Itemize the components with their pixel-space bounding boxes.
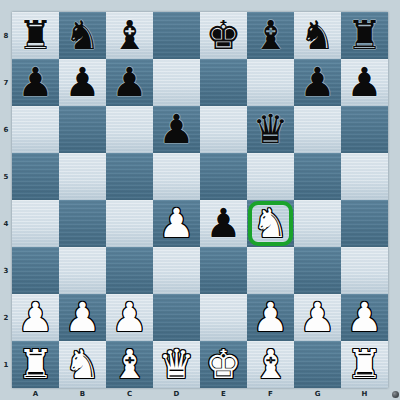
piece-black-queen[interactable]: ♛	[253, 109, 289, 149]
square-c2[interactable]: ♟	[106, 294, 153, 341]
piece-white-rook[interactable]: ♜	[18, 344, 54, 384]
file-label-a: A	[12, 388, 59, 400]
square-h5[interactable]	[341, 153, 388, 200]
rank-label-7: 7	[0, 59, 12, 106]
square-f1[interactable]: ♝	[247, 341, 294, 388]
square-g5[interactable]	[294, 153, 341, 200]
square-f5[interactable]	[247, 153, 294, 200]
square-h3[interactable]	[341, 247, 388, 294]
square-c8[interactable]: ♝	[106, 12, 153, 59]
square-a2[interactable]: ♟	[12, 294, 59, 341]
square-f6[interactable]: ♛	[247, 106, 294, 153]
file-label-e: E	[200, 388, 247, 400]
piece-black-pawn[interactable]: ♟	[112, 62, 148, 102]
square-d7[interactable]	[153, 59, 200, 106]
piece-black-bishop[interactable]: ♝	[253, 15, 289, 55]
piece-black-king[interactable]: ♚	[206, 15, 242, 55]
square-g7[interactable]: ♟	[294, 59, 341, 106]
piece-black-pawn[interactable]: ♟	[206, 203, 242, 243]
square-d3[interactable]	[153, 247, 200, 294]
square-g8[interactable]: ♞	[294, 12, 341, 59]
square-d4[interactable]: ♟	[153, 200, 200, 247]
piece-black-knight[interactable]: ♞	[300, 15, 336, 55]
square-d5[interactable]	[153, 153, 200, 200]
piece-black-pawn[interactable]: ♟	[347, 62, 383, 102]
square-e8[interactable]: ♚	[200, 12, 247, 59]
square-h8[interactable]: ♜	[341, 12, 388, 59]
file-label-g: G	[294, 388, 341, 400]
piece-white-knight[interactable]: ♞	[65, 344, 101, 384]
square-e6[interactable]	[200, 106, 247, 153]
piece-black-pawn[interactable]: ♟	[18, 62, 54, 102]
piece-black-knight[interactable]: ♞	[65, 15, 101, 55]
piece-white-bishop[interactable]: ♝	[112, 344, 148, 384]
square-d8[interactable]	[153, 12, 200, 59]
square-c4[interactable]	[106, 200, 153, 247]
piece-white-pawn[interactable]: ♟	[253, 297, 289, 337]
file-label-c: C	[106, 388, 153, 400]
piece-white-pawn[interactable]: ♟	[300, 297, 336, 337]
piece-white-pawn[interactable]: ♟	[347, 297, 383, 337]
piece-black-pawn[interactable]: ♟	[300, 62, 336, 102]
square-b2[interactable]: ♟	[59, 294, 106, 341]
file-label-f: F	[247, 388, 294, 400]
square-h2[interactable]: ♟	[341, 294, 388, 341]
rank-label-5: 5	[0, 153, 12, 200]
square-h1[interactable]: ♜	[341, 341, 388, 388]
piece-white-rook[interactable]: ♜	[347, 344, 383, 384]
file-label-d: D	[153, 388, 200, 400]
square-f8[interactable]: ♝	[247, 12, 294, 59]
square-f4[interactable]: ♞	[247, 200, 294, 247]
square-f3[interactable]	[247, 247, 294, 294]
square-f2[interactable]: ♟	[247, 294, 294, 341]
square-h4[interactable]	[341, 200, 388, 247]
square-c7[interactable]: ♟	[106, 59, 153, 106]
chess-app-window: ♜♞♝♚♝♞♜♟♟♟♟♟♟♛♟♟♞♟♟♟♟♟♟♜♞♝♛♚♝♜ 87654321A…	[0, 0, 400, 400]
piece-white-queen[interactable]: ♛	[159, 344, 195, 384]
square-a1[interactable]: ♜	[12, 341, 59, 388]
square-g6[interactable]	[294, 106, 341, 153]
file-label-h: H	[341, 388, 388, 400]
square-a4[interactable]	[12, 200, 59, 247]
square-b1[interactable]: ♞	[59, 341, 106, 388]
file-label-b: B	[59, 388, 106, 400]
piece-white-bishop[interactable]: ♝	[253, 344, 289, 384]
square-d1[interactable]: ♛	[153, 341, 200, 388]
square-g4[interactable]	[294, 200, 341, 247]
piece-black-bishop[interactable]: ♝	[112, 15, 148, 55]
rank-label-3: 3	[0, 247, 12, 294]
square-c5[interactable]	[106, 153, 153, 200]
square-b3[interactable]	[59, 247, 106, 294]
square-b5[interactable]	[59, 153, 106, 200]
square-c1[interactable]: ♝	[106, 341, 153, 388]
square-e4[interactable]: ♟	[200, 200, 247, 247]
piece-white-pawn[interactable]: ♟	[18, 297, 54, 337]
piece-white-knight[interactable]: ♞	[253, 203, 289, 243]
rank-label-6: 6	[0, 106, 12, 153]
square-b7[interactable]: ♟	[59, 59, 106, 106]
piece-white-king[interactable]: ♚	[206, 344, 242, 384]
chess-board: ♜♞♝♚♝♞♜♟♟♟♟♟♟♛♟♟♞♟♟♟♟♟♟♜♞♝♛♚♝♜	[12, 12, 388, 388]
square-d6[interactable]: ♟	[153, 106, 200, 153]
rank-label-2: 2	[0, 294, 12, 341]
rank-label-8: 8	[0, 12, 12, 59]
rank-label-4: 4	[0, 200, 12, 247]
square-h7[interactable]: ♟	[341, 59, 388, 106]
square-h6[interactable]	[341, 106, 388, 153]
square-c6[interactable]	[106, 106, 153, 153]
square-f7[interactable]	[247, 59, 294, 106]
square-a7[interactable]: ♟	[12, 59, 59, 106]
square-g3[interactable]	[294, 247, 341, 294]
square-g2[interactable]: ♟	[294, 294, 341, 341]
corner-dot-icon	[392, 391, 399, 398]
square-a8[interactable]: ♜	[12, 12, 59, 59]
piece-white-pawn[interactable]: ♟	[159, 203, 195, 243]
square-e7[interactable]	[200, 59, 247, 106]
square-c3[interactable]	[106, 247, 153, 294]
piece-black-rook[interactable]: ♜	[18, 15, 54, 55]
rank-label-1: 1	[0, 341, 12, 388]
square-e3[interactable]	[200, 247, 247, 294]
square-g1[interactable]	[294, 341, 341, 388]
square-e1[interactable]: ♚	[200, 341, 247, 388]
square-b8[interactable]: ♞	[59, 12, 106, 59]
square-b6[interactable]	[59, 106, 106, 153]
piece-black-pawn[interactable]: ♟	[65, 62, 101, 102]
square-a3[interactable]	[12, 247, 59, 294]
square-a6[interactable]	[12, 106, 59, 153]
piece-white-pawn[interactable]: ♟	[112, 297, 148, 337]
piece-black-rook[interactable]: ♜	[347, 15, 383, 55]
square-b4[interactable]	[59, 200, 106, 247]
piece-white-pawn[interactable]: ♟	[65, 297, 101, 337]
square-e5[interactable]	[200, 153, 247, 200]
square-e2[interactable]	[200, 294, 247, 341]
square-d2[interactable]	[153, 294, 200, 341]
square-a5[interactable]	[12, 153, 59, 200]
piece-black-pawn[interactable]: ♟	[159, 109, 195, 149]
